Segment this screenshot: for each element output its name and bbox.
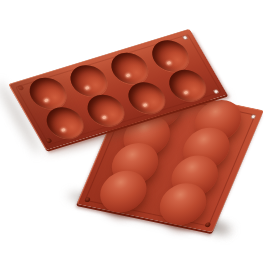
corner-hole bbox=[250, 113, 257, 119]
product-photo-scene bbox=[0, 0, 270, 270]
corner-hole bbox=[204, 221, 211, 227]
